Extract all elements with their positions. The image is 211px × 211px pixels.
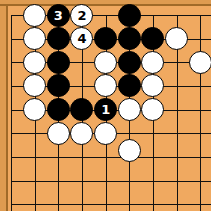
black-stone-move-3[interactable]: 3 (47, 4, 70, 27)
white-stone[interactable] (118, 98, 141, 121)
board-border-left (0, 0, 8, 211)
go-diagram: 3241 (0, 0, 211, 211)
grid-line-vertical (200, 15, 201, 211)
grid-line-horizontal (11, 204, 211, 205)
stone-move-number: 4 (77, 32, 86, 45)
white-stone-move-2[interactable]: 2 (70, 4, 93, 27)
black-stone[interactable] (47, 27, 70, 50)
white-stone[interactable] (118, 139, 141, 162)
black-stone[interactable] (118, 4, 141, 27)
white-stone[interactable] (23, 51, 46, 74)
grid-line-horizontal (11, 157, 211, 158)
white-stone[interactable] (23, 27, 46, 50)
board[interactable]: 3241 (0, 0, 211, 211)
white-stone[interactable] (47, 122, 70, 145)
black-stone[interactable] (94, 27, 117, 50)
white-stone[interactable] (189, 51, 211, 74)
stone-move-number: 1 (101, 103, 110, 116)
black-stone[interactable] (47, 74, 70, 97)
black-stone[interactable] (47, 98, 70, 121)
black-stone[interactable] (141, 27, 164, 50)
black-stone[interactable] (118, 51, 141, 74)
white-stone[interactable] (141, 98, 164, 121)
white-stone[interactable] (23, 98, 46, 121)
stone-move-number: 3 (54, 9, 63, 22)
white-stone[interactable] (94, 122, 117, 145)
black-stone[interactable] (118, 27, 141, 50)
white-stone[interactable] (165, 27, 188, 50)
white-stone[interactable] (70, 122, 93, 145)
white-stone[interactable] (94, 51, 117, 74)
stone-move-number: 2 (77, 9, 86, 22)
black-stone[interactable] (70, 98, 93, 121)
white-stone[interactable] (23, 4, 46, 27)
white-stone[interactable] (23, 74, 46, 97)
grid-line-horizontal (11, 181, 211, 182)
white-stone[interactable] (141, 51, 164, 74)
white-stone-move-4[interactable]: 4 (70, 27, 93, 50)
black-stone[interactable] (118, 74, 141, 97)
white-stone[interactable] (94, 74, 117, 97)
black-stone[interactable] (47, 51, 70, 74)
black-stone-move-1[interactable]: 1 (94, 98, 117, 121)
white-stone[interactable] (141, 74, 164, 97)
